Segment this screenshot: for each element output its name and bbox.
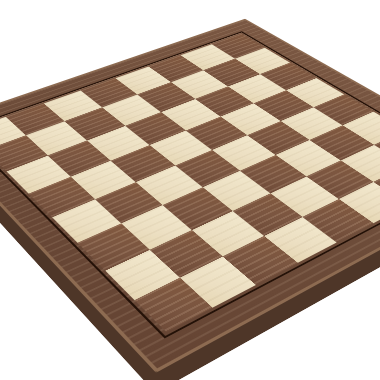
square-b6[interactable] — [48, 140, 111, 176]
chess-board: ♜♟♟♜♞♟♟♞♝♟♟♝♚♟♟♚♛♟♟♛♝♟♟♝♞♟♟♞♜♟♟♜ — [0, 19, 380, 373]
board-frame: ♜♟♟♜♞♟♟♞♝♟♟♝♚♟♟♚♛♟♟♛♝♟♟♝♞♟♟♞♜♟♟♜ — [0, 19, 380, 373]
square-d3[interactable] — [203, 171, 271, 211]
product-photo-canvas: ♜♟♟♜♞♟♟♞♝♟♟♝♚♟♟♚♛♟♟♛♝♟♟♝♞♟♟♞♜♟♟♜ — [0, 0, 380, 380]
